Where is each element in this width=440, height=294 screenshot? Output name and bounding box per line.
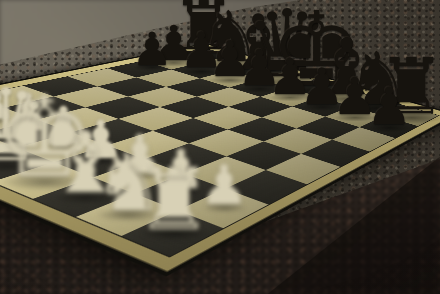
square-f8 (319, 88, 374, 106)
piece-white-pawn-g2: ♟ (157, 143, 206, 197)
square-c8 (230, 64, 285, 79)
square-f7 (292, 97, 351, 117)
square-d6 (197, 87, 261, 106)
piece-white-pawn-e2: ♟ (77, 114, 124, 167)
square-e3 (107, 131, 189, 159)
square-b7 (171, 62, 230, 78)
piece-black-king-e8: ♚ (270, 0, 362, 101)
piece-black-pawn-g7: ♟ (332, 72, 378, 123)
piece-white-rook-h1: ♜ (136, 157, 212, 242)
square-d3 (71, 119, 153, 146)
square-c5 (128, 87, 197, 107)
vignette-overlay (0, 0, 440, 294)
piece-white-pawn-h2: ♟ (200, 159, 249, 214)
square-h1 (121, 210, 223, 256)
square-d2 (17, 132, 107, 162)
piece-white-bishop-f1: ♝ (47, 121, 123, 206)
square-g2 (134, 174, 225, 211)
piece-white-bishop-c1: ♝ (0, 77, 5, 159)
piece-white-king-e1: ♚ (0, 82, 95, 194)
square-g4 (226, 141, 301, 170)
square-g3 (184, 156, 266, 188)
square-h3 (225, 170, 307, 205)
board-squares-grid (0, 48, 440, 258)
piece-black-pawn-a7: ♟ (152, 19, 195, 67)
square-c3 (37, 107, 119, 132)
piece-black-bishop-c8: ♝ (224, 4, 292, 80)
table-right-shadow (0, 0, 440, 294)
square-d5 (160, 97, 229, 118)
square-b3 (4, 96, 85, 119)
piece-black-pawn-f7: ♟ (299, 62, 344, 113)
square-a3 (0, 86, 54, 108)
chess-board (0, 43, 440, 277)
piece-black-rook-a8: ♜ (171, 0, 237, 64)
square-a5 (68, 68, 136, 86)
piece-black-pawn-h7: ♟ (366, 81, 412, 132)
square-d4 (118, 107, 193, 131)
square-f6 (262, 107, 325, 129)
piece-black-pawn-c7: ♟ (208, 35, 252, 84)
piece-black-pawn-b7: ♟ (179, 27, 223, 76)
piece-white-queen-d1: ♛ (0, 76, 51, 176)
square-g8 (351, 97, 406, 116)
board-light-haze (0, 48, 440, 258)
pieces-layer: ♜♞♝♛♚♝♞♜♟♟♟♟♟♟♟♟♟♟♟♟♟♟♟♟♝♛♚♝♞♜♟ (0, 0, 440, 294)
square-d1 (0, 148, 54, 182)
square-c2 (0, 120, 71, 148)
square-d7 (230, 79, 289, 97)
square-b6 (136, 69, 200, 86)
square-b2 (0, 108, 37, 134)
square-e8 (289, 80, 344, 97)
square-b8 (203, 56, 258, 71)
square-c7 (200, 71, 259, 88)
square-a2 (0, 96, 4, 120)
square-e1 (0, 162, 93, 199)
square-e2 (54, 145, 144, 177)
piece-black-pawn-e7: ♟ (268, 53, 313, 103)
square-f1 (33, 177, 134, 216)
piece-white-pawn-c2: ♟ (5, 87, 51, 139)
square-h7 (360, 116, 418, 138)
square-c4 (85, 97, 160, 119)
square-g7 (325, 106, 384, 127)
square-e7 (260, 88, 319, 107)
square-a4 (23, 77, 97, 97)
square-b5 (97, 77, 166, 96)
square-f4 (189, 130, 264, 157)
square-d8 (259, 72, 314, 88)
square-a7 (143, 54, 202, 69)
square-f2 (93, 159, 184, 193)
piece-black-knight-b8: ♞ (199, 2, 262, 72)
square-h8 (384, 106, 438, 126)
piece-black-pawn-d7: ♟ (237, 44, 282, 94)
piece-black-bishop-f8: ♝ (312, 29, 382, 107)
chessboard-photo: ♜♞♝♛♚♝♞♜♟♟♟♟♟♟♟♟♟♟♟♟♟♟♟♟♝♛♚♝♞♜♟ (0, 0, 440, 294)
granite-table-top (0, 0, 440, 294)
granite-table-front (0, 0, 440, 294)
piece-black-rook-h8: ♜ (377, 48, 440, 125)
piece-white-knight-g1: ♞ (93, 143, 165, 223)
square-c1 (0, 134, 17, 166)
square-b4 (54, 86, 128, 107)
square-h4 (266, 154, 341, 184)
square-a6 (108, 61, 171, 77)
square-e4 (153, 118, 228, 143)
piece-black-knight-g8: ♞ (346, 42, 411, 115)
square-h5 (301, 140, 369, 167)
square-e6 (229, 97, 292, 118)
piece-white-pawn-f2: ♟ (116, 128, 164, 182)
square-g6 (296, 117, 359, 140)
piece-black-pawn-offboard: ♟ (131, 26, 172, 72)
square-h6 (332, 127, 395, 151)
square-g5 (264, 128, 333, 154)
square-a8 (176, 48, 231, 62)
square-c6 (166, 78, 230, 96)
square-h2 (178, 189, 269, 229)
square-e5 (193, 107, 262, 130)
piece-white-pawn-d2: ♟ (40, 100, 87, 152)
piece-white-pawn-b2: ♟ (0, 75, 17, 126)
blurred-background (0, 0, 440, 294)
square-f5 (228, 117, 297, 141)
square-g1 (76, 193, 178, 236)
square-f3 (144, 143, 226, 173)
piece-black-queen-d8: ♛ (245, 0, 328, 91)
